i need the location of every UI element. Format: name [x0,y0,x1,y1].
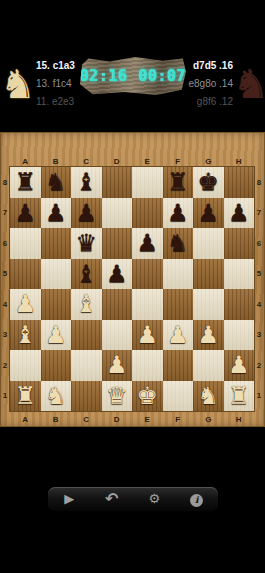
white-pawn[interactable]: ♟ [167,320,189,350]
rank-label-4: 4 [0,289,10,320]
square-e7[interactable] [132,198,163,229]
square-h6[interactable] [224,228,255,259]
white-king[interactable]: ♚ [136,381,158,411]
square-a6[interactable] [10,228,41,259]
square-a8[interactable]: ♜ [10,167,41,198]
file-label-e: E [132,157,163,167]
white-move-older: 11. e2e3 [36,93,75,111]
file-label-d: D [102,415,133,425]
square-e2[interactable] [132,350,163,381]
chess-board: ABCDEFGH 87654321 ♜♞♝♜♚♟♟♟♟♟♟♛♟♞♝♟♟♝♝♟♟♟… [0,132,265,427]
black-pawn[interactable]: ♟ [106,259,128,289]
black-rook[interactable]: ♜ [14,167,36,197]
rank-label-5: 5 [0,259,10,290]
bottom-toolbar: ▶ ↶ ⚙ i [48,487,218,511]
square-f1[interactable] [163,381,194,412]
square-b6[interactable] [41,228,72,259]
square-c7[interactable]: ♟ [71,198,102,229]
black-move-older: g8f6 .12 [189,93,234,111]
white-pawn[interactable]: ♟ [45,320,67,350]
file-label-d: D [102,157,133,167]
square-f7[interactable]: ♟ [163,198,194,229]
rank-label-2: 2 [0,350,10,381]
black-bishop[interactable]: ♝ [75,167,97,197]
square-e4[interactable] [132,289,163,320]
square-g5[interactable] [193,259,224,290]
file-label-a: A [10,415,41,425]
white-rook[interactable]: ♜ [14,381,36,411]
info-button[interactable]: i [185,487,209,511]
square-b4[interactable] [41,289,72,320]
settings-button[interactable]: ⚙ [142,487,166,511]
rank-label-2: 2 [254,350,264,381]
board-grid: ♜♞♝♜♚♟♟♟♟♟♟♛♟♞♝♟♟♝♝♟♟♟♟♟♟♜♞♛♚♞♜ [10,167,254,411]
rank-label-1: 1 [254,381,264,412]
square-e1[interactable]: ♚ [132,381,163,412]
square-e5[interactable] [132,259,163,290]
square-c6[interactable]: ♛ [71,228,102,259]
square-g1[interactable]: ♞ [193,381,224,412]
black-move-current: d7d5 .16 [189,57,234,75]
game-header: ♞ 15. c1a3 13. f1c4 11. e2e3 02:16 00:07… [0,55,265,117]
square-d5[interactable]: ♟ [102,259,133,290]
clock-left-time: 02:16 [80,67,128,85]
chess-clock: 02:16 00:07 [80,57,186,95]
black-knight[interactable]: ♞ [167,228,189,258]
file-label-h: H [224,415,255,425]
square-f6[interactable]: ♞ [163,228,194,259]
file-label-a: A [10,157,41,167]
square-e3[interactable]: ♟ [132,320,163,351]
square-a3[interactable]: ♝ [10,320,41,351]
rank-label-3: 3 [0,320,10,351]
square-h1[interactable]: ♜ [224,381,255,412]
file-labels-top: ABCDEFGH [10,132,254,167]
square-g4[interactable] [193,289,224,320]
white-move-list: 15. c1a3 13. f1c4 11. e2e3 [36,57,75,111]
rank-label-1: 1 [0,381,10,412]
black-pawn[interactable]: ♟ [228,198,250,228]
square-c8[interactable]: ♝ [71,167,102,198]
square-b5[interactable] [41,259,72,290]
undo-button[interactable]: ↶ [100,487,124,511]
file-label-f: F [163,415,194,425]
square-c5[interactable]: ♝ [71,259,102,290]
rank-label-8: 8 [0,167,10,198]
black-move-list: d7d5 .16 e8g8o .14 g8f6 .12 [189,57,234,111]
white-pawn[interactable]: ♟ [136,320,158,350]
square-a4[interactable]: ♟ [10,289,41,320]
clock-right-time: 00:07 [139,67,187,85]
square-c2[interactable] [71,350,102,381]
square-a1[interactable]: ♜ [10,381,41,412]
square-d4[interactable] [102,289,133,320]
file-label-g: G [193,157,224,167]
white-knight[interactable]: ♞ [197,381,219,411]
file-label-b: B [41,157,72,167]
square-g6[interactable] [193,228,224,259]
white-pawn[interactable]: ♟ [14,289,36,319]
square-g7[interactable]: ♟ [193,198,224,229]
square-b8[interactable]: ♞ [41,167,72,198]
square-h3[interactable] [224,320,255,351]
square-d1[interactable]: ♛ [102,381,133,412]
black-pawn[interactable]: ♟ [136,228,158,258]
rank-label-3: 3 [254,320,264,351]
square-h5[interactable] [224,259,255,290]
square-d3[interactable] [102,320,133,351]
square-f2[interactable] [163,350,194,381]
white-move-prev: 13. f1c4 [36,75,75,93]
black-pawn[interactable]: ♟ [75,198,97,228]
white-knight-icon: ♞ [0,61,32,107]
square-b3[interactable]: ♟ [41,320,72,351]
square-c1[interactable] [71,381,102,412]
black-bishop[interactable]: ♝ [75,259,97,289]
black-pawn[interactable]: ♟ [14,198,36,228]
black-queen[interactable]: ♛ [75,228,97,258]
file-label-e: E [132,415,163,425]
square-g2[interactable] [193,350,224,381]
rank-label-7: 7 [0,198,10,229]
rank-label-4: 4 [254,289,264,320]
square-e6[interactable]: ♟ [132,228,163,259]
square-h8[interactable] [224,167,255,198]
square-g8[interactable]: ♚ [193,167,224,198]
file-label-b: B [41,415,72,425]
square-h7[interactable]: ♟ [224,198,255,229]
white-knight[interactable]: ♞ [45,381,67,411]
square-d8[interactable] [102,167,133,198]
info-icon: i [190,494,203,507]
file-label-c: C [71,157,102,167]
square-d6[interactable] [102,228,133,259]
square-g3[interactable]: ♟ [193,320,224,351]
black-rook[interactable]: ♜ [167,167,189,197]
square-f4[interactable] [163,289,194,320]
white-move-current: 15. c1a3 [36,57,75,75]
rank-label-6: 6 [0,228,10,259]
square-h4[interactable] [224,289,255,320]
rank-label-8: 8 [254,167,264,198]
black-pawn[interactable]: ♟ [197,198,219,228]
black-king[interactable]: ♚ [197,167,219,197]
file-label-c: C [71,415,102,425]
file-label-g: G [193,415,224,425]
square-b2[interactable] [41,350,72,381]
file-label-h: H [224,157,255,167]
black-pawn[interactable]: ♟ [167,198,189,228]
black-knight[interactable]: ♞ [45,167,67,197]
square-f5[interactable] [163,259,194,290]
square-c3[interactable] [71,320,102,351]
play-button[interactable]: ▶ [57,487,81,511]
square-d2[interactable]: ♟ [102,350,133,381]
white-pawn[interactable]: ♟ [197,320,219,350]
black-pawn[interactable]: ♟ [45,198,67,228]
square-c4[interactable]: ♝ [71,289,102,320]
square-a2[interactable] [10,350,41,381]
square-d7[interactable] [102,198,133,229]
black-knight-icon: ♞ [233,61,265,107]
white-bishop[interactable]: ♝ [14,320,36,350]
square-h2[interactable]: ♟ [224,350,255,381]
rank-label-7: 7 [254,198,264,229]
square-b7[interactable]: ♟ [41,198,72,229]
white-pawn[interactable]: ♟ [228,350,250,380]
rank-label-5: 5 [254,259,264,290]
black-move-prev: e8g8o .14 [189,75,234,93]
chess-app-screen: ♞ 15. c1a3 13. f1c4 11. e2e3 02:16 00:07… [0,0,265,573]
rank-labels-left: 87654321 [0,167,10,411]
white-bishop[interactable]: ♝ [75,289,97,319]
square-a7[interactable]: ♟ [10,198,41,229]
white-pawn[interactable]: ♟ [106,350,128,380]
rank-labels-right: 87654321 [254,167,264,411]
white-rook[interactable]: ♜ [228,381,250,411]
file-label-f: F [163,157,194,167]
white-queen[interactable]: ♛ [106,381,128,411]
file-labels-bottom: ABCDEFGH [10,412,254,427]
square-e8[interactable] [132,167,163,198]
rank-label-6: 6 [254,228,264,259]
square-b1[interactable]: ♞ [41,381,72,412]
square-a5[interactable] [10,259,41,290]
square-f8[interactable]: ♜ [163,167,194,198]
square-f3[interactable]: ♟ [163,320,194,351]
